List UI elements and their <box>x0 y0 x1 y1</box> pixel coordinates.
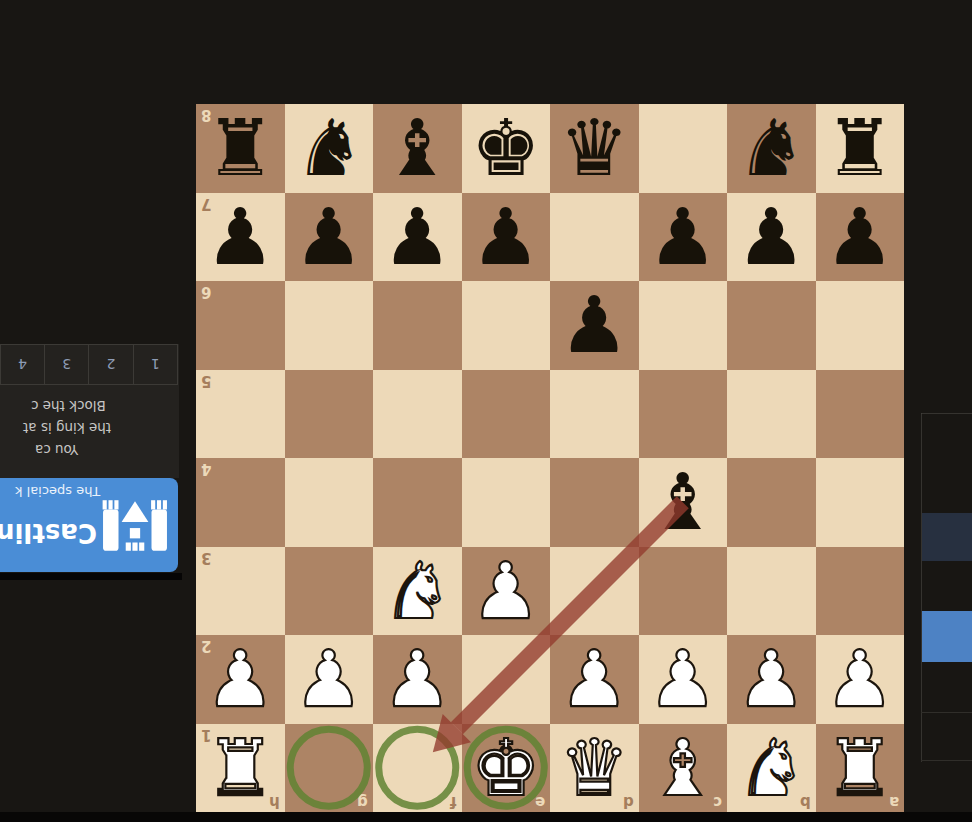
square-a8[interactable]: ♜ <box>816 104 905 193</box>
square-a2[interactable]: ♟ <box>816 635 905 724</box>
square-f7[interactable]: ♟ <box>373 193 462 282</box>
square-c5[interactable] <box>639 370 728 459</box>
square-b7[interactable]: ♟ <box>727 193 816 282</box>
black-queen[interactable]: ♛ <box>550 104 639 193</box>
square-h4[interactable]: 4 <box>196 458 285 547</box>
square-b4[interactable] <box>727 458 816 547</box>
black-knight[interactable]: ♞ <box>285 104 374 193</box>
square-d1[interactable]: d♛ <box>550 724 639 813</box>
square-b1[interactable]: b♞ <box>727 724 816 813</box>
square-g3[interactable] <box>285 547 374 636</box>
square-e7[interactable]: ♟ <box>462 193 551 282</box>
black-pawn[interactable]: ♟ <box>639 193 728 282</box>
black-pawn[interactable]: ♟ <box>727 193 816 282</box>
square-g7[interactable]: ♟ <box>285 193 374 282</box>
square-d4[interactable] <box>550 458 639 547</box>
rank-label: 6 <box>201 284 211 299</box>
square-c8[interactable] <box>639 104 728 193</box>
black-pawn[interactable]: ♟ <box>462 193 551 282</box>
sidebar-row-divider <box>921 760 972 761</box>
square-c2[interactable]: ♟ <box>639 635 728 724</box>
square-g1[interactable]: g <box>285 724 374 813</box>
square-h2[interactable]: 2♟ <box>196 635 285 724</box>
chess-board[interactable]: 8♜♞♝♚♛♞♜7♟♟♟♟♟♟♟6♟54♝3♞♟2♟♟♟♟♟♟♟1h♜gfe♚d… <box>196 104 904 812</box>
square-f2[interactable]: ♟ <box>373 635 462 724</box>
square-h6[interactable]: 6 <box>196 281 285 370</box>
sidebar-border-line-top <box>921 413 972 414</box>
white-pawn[interactable]: ♟ <box>816 635 905 724</box>
square-g2[interactable]: ♟ <box>285 635 374 724</box>
square-e4[interactable] <box>462 458 551 547</box>
square-d3[interactable] <box>550 547 639 636</box>
square-b8[interactable]: ♞ <box>727 104 816 193</box>
black-pawn[interactable]: ♟ <box>816 193 905 282</box>
white-pawn[interactable]: ♟ <box>462 547 551 636</box>
lesson-tab-3[interactable]: 3 <box>45 345 89 384</box>
square-a5[interactable] <box>816 370 905 459</box>
castle-icon <box>102 489 168 563</box>
card-edge-shadow <box>0 573 182 580</box>
file-label: h <box>269 794 280 809</box>
sidebar-row-highlighted[interactable] <box>922 513 972 561</box>
square-c4[interactable]: ♝ <box>639 458 728 547</box>
white-pawn[interactable]: ♟ <box>373 635 462 724</box>
square-d7[interactable] <box>550 193 639 282</box>
rank-label: 8 <box>201 107 211 122</box>
sidebar-row-divider <box>921 712 972 713</box>
lesson-tab-1[interactable]: 1 <box>134 345 177 384</box>
square-c7[interactable]: ♟ <box>639 193 728 282</box>
square-d5[interactable] <box>550 370 639 459</box>
file-label: a <box>889 794 899 809</box>
black-bishop[interactable]: ♝ <box>639 458 728 547</box>
black-pawn[interactable]: ♟ <box>373 193 462 282</box>
square-h7[interactable]: 7♟ <box>196 193 285 282</box>
file-label: f <box>450 794 457 809</box>
square-c3[interactable] <box>639 547 728 636</box>
square-f3[interactable]: ♞ <box>373 547 462 636</box>
file-label: g <box>357 794 368 809</box>
square-b3[interactable] <box>727 547 816 636</box>
lesson-text-line: Block the c <box>31 398 106 414</box>
lesson-tab-2[interactable]: 2 <box>90 345 134 384</box>
square-g5[interactable] <box>285 370 374 459</box>
square-d2[interactable]: ♟ <box>550 635 639 724</box>
rank-label: 7 <box>201 196 211 211</box>
black-pawn[interactable]: ♟ <box>550 281 639 370</box>
white-knight[interactable]: ♞ <box>373 547 462 636</box>
rank-label: 3 <box>201 550 211 565</box>
lesson-text-line: You ca <box>35 442 78 458</box>
square-h8[interactable]: 8♜ <box>196 104 285 193</box>
white-pawn[interactable]: ♟ <box>727 635 816 724</box>
file-label: c <box>713 794 722 809</box>
square-g4[interactable] <box>285 458 374 547</box>
square-a3[interactable] <box>816 547 905 636</box>
square-h3[interactable]: 3 <box>196 547 285 636</box>
lesson-subtitle: The special k <box>15 484 100 499</box>
white-pawn[interactable]: ♟ <box>285 635 374 724</box>
square-h1[interactable]: 1h♜ <box>196 724 285 813</box>
rank-label: 5 <box>201 373 211 388</box>
square-e3[interactable]: ♟ <box>462 547 551 636</box>
square-a1[interactable]: a♜ <box>816 724 905 813</box>
lesson-tab-4[interactable]: 4 <box>1 345 45 384</box>
square-f4[interactable] <box>373 458 462 547</box>
lesson-title: Castlin <box>0 518 97 548</box>
file-label: b <box>800 794 811 809</box>
square-d8[interactable]: ♛ <box>550 104 639 193</box>
lesson-step-tabs[interactable]: 1234 <box>0 344 178 385</box>
square-e6[interactable] <box>462 281 551 370</box>
screen: 1234 Block the cthe king is atYou ca Cas… <box>0 0 972 822</box>
black-pawn[interactable]: ♟ <box>285 193 374 282</box>
square-b6[interactable] <box>727 281 816 370</box>
square-f8[interactable]: ♝ <box>373 104 462 193</box>
white-pawn[interactable]: ♟ <box>550 635 639 724</box>
square-f5[interactable] <box>373 370 462 459</box>
square-b5[interactable] <box>727 370 816 459</box>
square-c6[interactable] <box>639 281 728 370</box>
square-e1[interactable]: e♚ <box>462 724 551 813</box>
lesson-title-card: Castlin The special k <box>0 478 178 572</box>
square-b2[interactable]: ♟ <box>727 635 816 724</box>
lesson-text-line: the king is at <box>23 420 111 436</box>
sidebar-border-line <box>921 413 922 762</box>
square-d6[interactable]: ♟ <box>550 281 639 370</box>
black-rook[interactable]: ♜ <box>816 104 905 193</box>
sidebar-row-active[interactable] <box>922 611 972 662</box>
rank-label: 2 <box>201 638 211 653</box>
square-c1[interactable]: c♝ <box>639 724 728 813</box>
black-knight[interactable]: ♞ <box>727 104 816 193</box>
square-e2[interactable] <box>462 635 551 724</box>
square-e5[interactable] <box>462 370 551 459</box>
file-label: d <box>623 794 634 809</box>
square-f1[interactable]: f <box>373 724 462 813</box>
square-e8[interactable]: ♚ <box>462 104 551 193</box>
bottom-edge-strip <box>0 812 972 822</box>
black-king[interactable]: ♚ <box>462 104 551 193</box>
square-g8[interactable]: ♞ <box>285 104 374 193</box>
square-a7[interactable]: ♟ <box>816 193 905 282</box>
rank-label: 1 <box>201 727 211 742</box>
square-f6[interactable] <box>373 281 462 370</box>
square-h5[interactable]: 5 <box>196 370 285 459</box>
square-a6[interactable] <box>816 281 905 370</box>
black-bishop[interactable]: ♝ <box>373 104 462 193</box>
file-label: e <box>535 794 545 809</box>
white-pawn[interactable]: ♟ <box>639 635 728 724</box>
square-g6[interactable] <box>285 281 374 370</box>
square-a4[interactable] <box>816 458 905 547</box>
rank-label: 4 <box>201 461 211 476</box>
